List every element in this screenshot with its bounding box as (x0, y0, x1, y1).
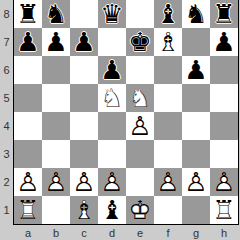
square-f4[interactable] (154, 112, 182, 140)
square-c4[interactable] (70, 112, 98, 140)
square-e1[interactable]: ♚♔ (126, 196, 154, 224)
square-d7[interactable] (98, 28, 126, 56)
square-h3[interactable] (210, 140, 238, 168)
piece-white-pawn[interactable]: ♟♙ (98, 168, 126, 196)
square-g1[interactable] (182, 196, 210, 224)
piece-white-pawn[interactable]: ♟♙ (210, 168, 238, 196)
square-a4[interactable] (14, 112, 42, 140)
piece-outline-layer: ♖ (14, 196, 42, 224)
piece-white-bishop[interactable]: ♝♗ (70, 196, 98, 224)
rank-label-4: 4 (0, 112, 13, 140)
piece-outline-layer: ♗ (154, 28, 182, 56)
square-h4[interactable] (210, 112, 238, 140)
piece-white-bishop[interactable]: ♝♗ (154, 28, 182, 56)
square-c6[interactable] (70, 56, 98, 84)
square-h6[interactable] (210, 56, 238, 84)
square-d8[interactable]: ♛ (98, 0, 126, 28)
square-h1[interactable]: ♜♖ (210, 196, 238, 224)
square-c2[interactable]: ♟♙ (70, 168, 98, 196)
piece-black-pawn[interactable]: ♟ (182, 56, 210, 84)
square-d4[interactable] (98, 112, 126, 140)
square-b8[interactable]: ♞ (42, 0, 70, 28)
square-e3[interactable] (126, 140, 154, 168)
square-b2[interactable]: ♟♙ (42, 168, 70, 196)
file-label-b: b (42, 225, 70, 240)
square-e7[interactable]: ♚ (126, 28, 154, 56)
piece-white-king[interactable]: ♚♔ (126, 196, 154, 224)
square-e6[interactable] (126, 56, 154, 84)
piece-white-rook[interactable]: ♜♖ (14, 196, 42, 224)
square-g3[interactable] (182, 140, 210, 168)
square-e2[interactable] (126, 168, 154, 196)
file-label-h: h (210, 225, 238, 240)
square-a7[interactable]: ♟ (14, 28, 42, 56)
piece-white-pawn[interactable]: ♟♙ (42, 168, 70, 196)
square-g7[interactable] (182, 28, 210, 56)
piece-black-king[interactable]: ♚ (126, 28, 154, 56)
piece-outline-layer: ♙ (154, 168, 182, 196)
square-b4[interactable] (42, 112, 70, 140)
square-d5[interactable]: ♞♘ (98, 84, 126, 112)
rank-label-8: 8 (0, 0, 13, 28)
square-a3[interactable] (14, 140, 42, 168)
square-f3[interactable] (154, 140, 182, 168)
rank-label-3: 3 (0, 140, 13, 168)
piece-white-pawn[interactable]: ♟♙ (126, 112, 154, 140)
piece-black-knight[interactable]: ♞ (42, 0, 70, 28)
square-c3[interactable] (70, 140, 98, 168)
square-h7[interactable]: ♟ (210, 28, 238, 56)
piece-white-knight[interactable]: ♞♘ (126, 84, 154, 112)
piece-outline-layer: ♗ (70, 196, 98, 224)
square-c8[interactable] (70, 0, 98, 28)
piece-outline-layer: ♘ (126, 84, 154, 112)
rank-labels: 87654321 (0, 0, 13, 224)
square-b5[interactable] (42, 84, 70, 112)
file-label-g: g (182, 225, 210, 240)
file-label-f: f (154, 225, 182, 240)
piece-white-knight[interactable]: ♞♘ (98, 84, 126, 112)
square-b3[interactable] (42, 140, 70, 168)
square-a8[interactable]: ♜ (14, 0, 42, 28)
square-h2[interactable]: ♟♙ (210, 168, 238, 196)
piece-outline-layer: ♙ (126, 112, 154, 140)
square-e4[interactable]: ♟♙ (126, 112, 154, 140)
square-f7[interactable]: ♝♗ (154, 28, 182, 56)
piece-outline-layer: ♘ (98, 84, 126, 112)
piece-outline-layer: ♙ (14, 168, 42, 196)
piece-outline-layer: ♔ (126, 196, 154, 224)
piece-outline-layer: ♙ (210, 168, 238, 196)
file-label-a: a (14, 225, 42, 240)
square-g5[interactable] (182, 84, 210, 112)
square-h8[interactable]: ♜ (210, 0, 238, 28)
square-d2[interactable]: ♟♙ (98, 168, 126, 196)
square-g6[interactable]: ♟ (182, 56, 210, 84)
square-c1[interactable]: ♝♗ (70, 196, 98, 224)
square-f5[interactable] (154, 84, 182, 112)
piece-black-pawn[interactable]: ♟ (210, 28, 238, 56)
square-b1[interactable] (42, 196, 70, 224)
square-f1[interactable] (154, 196, 182, 224)
square-a6[interactable] (14, 56, 42, 84)
piece-black-pawn[interactable]: ♟ (98, 56, 126, 84)
piece-white-pawn[interactable]: ♟♙ (14, 168, 42, 196)
square-a1[interactable]: ♜♖ (14, 196, 42, 224)
piece-white-pawn[interactable]: ♟♙ (154, 168, 182, 196)
piece-outline-layer: ♖ (210, 196, 238, 224)
piece-black-pawn[interactable]: ♟ (14, 28, 42, 56)
piece-black-knight[interactable]: ♞ (182, 0, 210, 28)
piece-white-pawn[interactable]: ♟♙ (70, 168, 98, 196)
rank-label-6: 6 (0, 56, 13, 84)
piece-white-pawn[interactable]: ♟♙ (182, 168, 210, 196)
rank-label-2: 2 (0, 168, 13, 196)
file-labels: abcdefgh (14, 225, 238, 240)
square-f6[interactable] (154, 56, 182, 84)
square-g8[interactable]: ♞ (182, 0, 210, 28)
piece-white-rook[interactable]: ♜♖ (210, 196, 238, 224)
rank-label-7: 7 (0, 28, 13, 56)
piece-black-pawn[interactable]: ♟ (42, 28, 70, 56)
square-d1[interactable]: ♝ (98, 196, 126, 224)
square-b7[interactable]: ♟ (42, 28, 70, 56)
piece-black-rook[interactable]: ♜ (210, 0, 238, 28)
file-label-e: e (126, 225, 154, 240)
square-c5[interactable] (70, 84, 98, 112)
square-d6[interactable]: ♟ (98, 56, 126, 84)
chess-diagram: 87654321 ♜♞♛♝♞♜♟♟♟♚♝♗♟♟♟♞♘♞♘♟♙♟♙♟♙♟♙♟♙♟♙… (0, 0, 240, 240)
piece-black-pawn[interactable]: ♟ (70, 28, 98, 56)
piece-outline-layer: ♙ (182, 168, 210, 196)
square-c7[interactable]: ♟ (70, 28, 98, 56)
square-g2[interactable]: ♟♙ (182, 168, 210, 196)
piece-outline-layer: ♙ (70, 168, 98, 196)
square-d3[interactable] (98, 140, 126, 168)
file-label-c: c (70, 225, 98, 240)
rank-label-5: 5 (0, 84, 13, 112)
square-a2[interactable]: ♟♙ (14, 168, 42, 196)
piece-black-queen[interactable]: ♛ (98, 0, 126, 28)
chess-board[interactable]: ♜♞♛♝♞♜♟♟♟♚♝♗♟♟♟♞♘♞♘♟♙♟♙♟♙♟♙♟♙♟♙♟♙♟♙♜♖♝♗♝… (13, 0, 239, 225)
square-b6[interactable] (42, 56, 70, 84)
file-label-d: d (98, 225, 126, 240)
square-e8[interactable] (126, 0, 154, 28)
piece-black-rook[interactable]: ♜ (14, 0, 42, 28)
square-f2[interactable]: ♟♙ (154, 168, 182, 196)
piece-black-bishop[interactable]: ♝ (98, 196, 126, 224)
piece-outline-layer: ♙ (42, 168, 70, 196)
square-e5[interactable]: ♞♘ (126, 84, 154, 112)
square-a5[interactable] (14, 84, 42, 112)
piece-outline-layer: ♙ (98, 168, 126, 196)
rank-label-1: 1 (0, 196, 13, 224)
square-h5[interactable] (210, 84, 238, 112)
square-f8[interactable]: ♝ (154, 0, 182, 28)
square-g4[interactable] (182, 112, 210, 140)
piece-black-bishop[interactable]: ♝ (154, 0, 182, 28)
